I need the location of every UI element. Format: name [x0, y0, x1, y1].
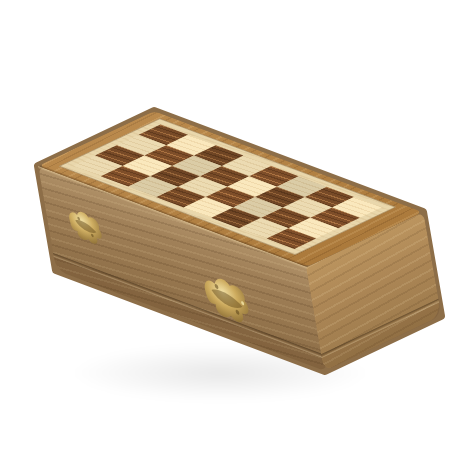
brass-latch-left — [65, 198, 107, 255]
chess-box-product-photo — [0, 0, 450, 450]
